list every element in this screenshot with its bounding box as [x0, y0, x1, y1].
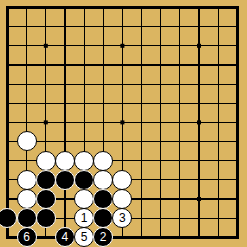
- stone-black-c5r10: [74, 170, 94, 190]
- stone-white-c5r11: [74, 189, 94, 209]
- stone-white-c6r9: [93, 151, 113, 171]
- stone-black-c2r12: [17, 208, 37, 228]
- stone-black-c4r10: [55, 170, 75, 190]
- stone-white-c6r10: [93, 170, 113, 190]
- move-number: 2: [100, 231, 107, 243]
- stone-white-c2r8: [17, 131, 37, 151]
- stones-layer: 136452: [0, 0, 247, 247]
- stone-black-c6r11: [93, 189, 113, 209]
- stone-black-c3r11: [36, 189, 56, 209]
- stone-white-c7r10: [112, 170, 132, 190]
- stone-black-move-2-c6r13: 2: [93, 227, 113, 247]
- stone-black-c3r10: [36, 170, 56, 190]
- stone-white-move-1-c5r12: 1: [74, 208, 94, 228]
- stone-white-c4r9: [55, 151, 75, 171]
- stone-white-move-3-c7r12: 3: [112, 208, 132, 228]
- stone-black-c6r12: [93, 208, 113, 228]
- go-board[interactable]: 136452: [0, 0, 247, 247]
- stone-black-move-6-c2r13: 6: [17, 227, 37, 247]
- stone-white-c5r9: [74, 151, 94, 171]
- stone-black-c1r12: [0, 208, 17, 228]
- move-number: 4: [62, 231, 69, 243]
- stone-white-c7r11: [112, 189, 132, 209]
- stone-white-c2r10: [17, 170, 37, 190]
- go-board-diagram: 136452: [0, 0, 247, 247]
- move-number: 3: [119, 212, 126, 224]
- stone-black-c3r12: [36, 208, 56, 228]
- stone-white-c3r9: [36, 151, 56, 171]
- move-number: 6: [23, 231, 30, 243]
- move-number: 5: [81, 231, 88, 243]
- stone-white-c2r11: [17, 189, 37, 209]
- stone-white-move-5-c5r13: 5: [74, 227, 94, 247]
- move-number: 1: [81, 212, 88, 224]
- stone-black-move-4-c4r13: 4: [55, 227, 75, 247]
